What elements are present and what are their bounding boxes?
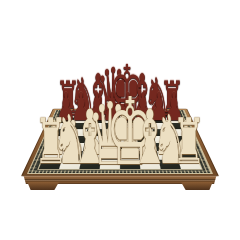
chess-pieces: ♜♞♝♛♚♝♞♜♟♟♟♟♟♟♟♟♟♟♟♟♟♟♟♟♜♞♝♛♚♝♞♜ [0, 0, 240, 240]
chess-set-photo: ♜♞♝♛♚♝♞♜♟♟♟♟♟♟♟♟♟♟♟♟♟♟♟♟♜♞♝♛♚♝♞♜ [0, 0, 240, 240]
piece-cream-rook: ♜ [173, 111, 206, 174]
